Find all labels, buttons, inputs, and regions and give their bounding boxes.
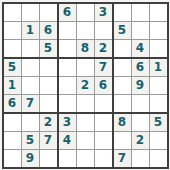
cell-r9c2: 9 xyxy=(22,150,39,167)
cell-r3c2[interactable] xyxy=(22,40,39,57)
box-0-0: 165 xyxy=(4,4,57,57)
cell-r2c6[interactable] xyxy=(95,22,112,39)
cell-r2c1[interactable] xyxy=(4,22,21,39)
cell-r1c3[interactable] xyxy=(40,4,57,21)
cell-r7c2[interactable] xyxy=(22,114,39,131)
cell-r3c9[interactable] xyxy=(150,40,167,57)
box-1-2: 619 xyxy=(114,59,167,112)
cell-r1c5[interactable] xyxy=(77,4,94,21)
cell-r5c8: 9 xyxy=(132,77,149,94)
cell-r4c3[interactable] xyxy=(40,59,57,76)
cell-r7c3: 2 xyxy=(40,114,57,131)
cell-r4c2[interactable] xyxy=(22,59,39,76)
cell-r2c8[interactable] xyxy=(132,22,149,39)
cell-r6c3[interactable] xyxy=(40,95,57,112)
cell-r2c9[interactable] xyxy=(150,22,167,39)
cell-r1c6: 3 xyxy=(95,4,112,21)
cell-r8c3: 7 xyxy=(40,132,57,149)
cell-r9c7: 7 xyxy=(114,150,131,167)
cell-r5c2[interactable] xyxy=(22,77,39,94)
cell-r7c5[interactable] xyxy=(77,114,94,131)
cell-r1c1[interactable] xyxy=(4,4,21,21)
cell-r9c3[interactable] xyxy=(40,150,57,167)
cell-r8c5[interactable] xyxy=(77,132,94,149)
cell-r9c8[interactable] xyxy=(132,150,149,167)
cell-r9c6[interactable] xyxy=(95,150,112,167)
cell-r3c3: 5 xyxy=(40,40,57,57)
cell-r8c2: 5 xyxy=(22,132,39,149)
cell-r2c7: 5 xyxy=(114,22,131,39)
cell-r3c6: 2 xyxy=(95,40,112,57)
cell-r3c4[interactable] xyxy=(59,40,76,57)
cell-r1c4: 6 xyxy=(59,4,76,21)
cell-r8c9[interactable] xyxy=(150,132,167,149)
cell-r4c9: 1 xyxy=(150,59,167,76)
cell-r9c1[interactable] xyxy=(4,150,21,167)
cell-r7c1[interactable] xyxy=(4,114,21,131)
cell-r6c1: 6 xyxy=(4,95,21,112)
cell-r4c8: 6 xyxy=(132,59,149,76)
sudoku-page: 16563825451677266192579348527 xyxy=(0,0,170,170)
cell-r7c8[interactable] xyxy=(132,114,149,131)
cell-r8c6[interactable] xyxy=(95,132,112,149)
box-2-1: 34 xyxy=(59,114,112,167)
cell-r5c1: 1 xyxy=(4,77,21,94)
cell-r7c6[interactable] xyxy=(95,114,112,131)
cell-r8c1[interactable] xyxy=(4,132,21,149)
cell-r1c7[interactable] xyxy=(114,4,131,21)
cell-r6c4[interactable] xyxy=(59,95,76,112)
cell-r7c9: 5 xyxy=(150,114,167,131)
cell-r5c4[interactable] xyxy=(59,77,76,94)
cell-r6c9[interactable] xyxy=(150,95,167,112)
cell-r5c9[interactable] xyxy=(150,77,167,94)
cell-r8c7[interactable] xyxy=(114,132,131,149)
cell-r3c7[interactable] xyxy=(114,40,131,57)
cell-r1c9[interactable] xyxy=(150,4,167,21)
cell-r5c7[interactable] xyxy=(114,77,131,94)
cell-r6c5[interactable] xyxy=(77,95,94,112)
cell-r2c2: 1 xyxy=(22,22,39,39)
cell-r4c1: 5 xyxy=(4,59,21,76)
cell-r2c5[interactable] xyxy=(77,22,94,39)
cell-r3c1[interactable] xyxy=(4,40,21,57)
cell-r7c7: 8 xyxy=(114,114,131,131)
cell-r4c4[interactable] xyxy=(59,59,76,76)
cell-r9c4[interactable] xyxy=(59,150,76,167)
cell-r6c6[interactable] xyxy=(95,95,112,112)
cell-r8c8: 2 xyxy=(132,132,149,149)
cell-r8c4: 4 xyxy=(59,132,76,149)
box-1-0: 5167 xyxy=(4,59,57,112)
cell-r4c5[interactable] xyxy=(77,59,94,76)
cell-r4c7[interactable] xyxy=(114,59,131,76)
cell-r2c3: 6 xyxy=(40,22,57,39)
box-1-1: 726 xyxy=(59,59,112,112)
box-2-0: 2579 xyxy=(4,114,57,167)
cell-r5c5: 2 xyxy=(77,77,94,94)
box-0-2: 54 xyxy=(114,4,167,57)
box-0-1: 6382 xyxy=(59,4,112,57)
cell-r5c6: 6 xyxy=(95,77,112,94)
cell-r2c4[interactable] xyxy=(59,22,76,39)
box-2-2: 8527 xyxy=(114,114,167,167)
cell-r3c8: 4 xyxy=(132,40,149,57)
cell-r7c4: 3 xyxy=(59,114,76,131)
cell-r5c3[interactable] xyxy=(40,77,57,94)
cell-r6c7[interactable] xyxy=(114,95,131,112)
cell-r6c8[interactable] xyxy=(132,95,149,112)
cell-r4c6: 7 xyxy=(95,59,112,76)
cell-r3c5: 8 xyxy=(77,40,94,57)
cell-r9c9[interactable] xyxy=(150,150,167,167)
cell-r6c2: 7 xyxy=(22,95,39,112)
cell-r9c5[interactable] xyxy=(77,150,94,167)
sudoku-board: 16563825451677266192579348527 xyxy=(2,2,169,169)
cell-r1c8[interactable] xyxy=(132,4,149,21)
cell-r1c2[interactable] xyxy=(22,4,39,21)
